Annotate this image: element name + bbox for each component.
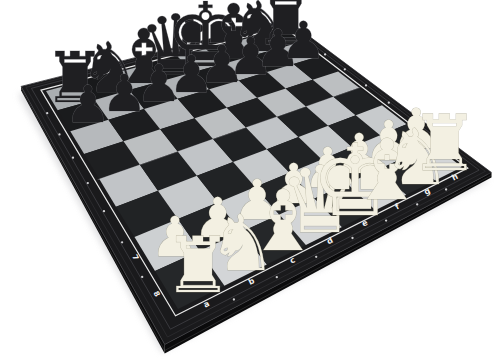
frame-ridge-dot (141, 276, 143, 278)
piece-white-rook-h8: ♜ (410, 98, 479, 188)
frame-ridge-dot (72, 157, 74, 159)
frame-ridge-dot (87, 182, 89, 184)
piece-black-pawn-h2: ♟ (281, 11, 327, 70)
frame-ridge-dot (233, 298, 235, 300)
frame-ridge-dot (344, 68, 346, 70)
frame-ridge-dot (103, 210, 105, 212)
product-photo-canvas: Folding magnetic travel chess set viewed… (0, 0, 500, 362)
frame-ridge-dot (121, 241, 123, 243)
frame-ridge-dot (388, 102, 390, 104)
frame-ridge-dot (58, 133, 60, 135)
chess-set-photo: abcdefgh87♜♞♝♛♚♝♞♜♟♟♟♟♟♟♟♟♟♟♟♟♟♟♟♟♜♞♝♛♚♝… (0, 0, 500, 362)
frame-ridge-dot (365, 84, 367, 86)
